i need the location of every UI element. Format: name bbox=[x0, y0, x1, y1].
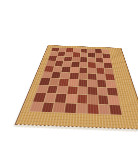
board-square bbox=[88, 80, 97, 87]
board-square bbox=[102, 49, 109, 53]
board-square bbox=[97, 74, 106, 80]
board-square bbox=[78, 80, 87, 87]
board-square bbox=[107, 88, 117, 96]
board-square bbox=[88, 73, 96, 79]
board-square bbox=[60, 72, 69, 78]
board-square bbox=[80, 57, 87, 62]
board-square bbox=[88, 104, 99, 114]
board-square bbox=[88, 87, 97, 95]
board-square bbox=[59, 79, 69, 86]
board-square bbox=[66, 48, 73, 52]
rug-photo bbox=[0, 0, 138, 163]
board-square bbox=[99, 104, 110, 114]
board-square bbox=[88, 53, 95, 57]
rug-gold-border bbox=[15, 45, 138, 130]
board-square bbox=[77, 95, 87, 104]
board-square bbox=[95, 53, 102, 57]
board-square bbox=[64, 103, 75, 113]
board-square bbox=[70, 67, 79, 73]
board-square bbox=[67, 86, 77, 94]
board-square bbox=[53, 103, 65, 113]
rug-perspective-wrapper bbox=[15, 0, 138, 116]
board-square bbox=[44, 66, 54, 72]
board-square bbox=[68, 79, 77, 86]
board-square bbox=[57, 86, 68, 94]
board-square bbox=[110, 105, 122, 115]
board-square bbox=[88, 95, 98, 104]
board-square bbox=[98, 87, 108, 95]
board-square bbox=[88, 62, 96, 67]
board-square bbox=[96, 68, 104, 74]
board-square bbox=[98, 95, 109, 104]
board-square bbox=[66, 94, 77, 103]
board-square bbox=[97, 80, 106, 87]
board-square bbox=[108, 96, 119, 105]
board-square bbox=[55, 94, 66, 103]
board-square bbox=[103, 58, 111, 63]
checkerboard-field bbox=[28, 47, 122, 115]
board-square bbox=[79, 73, 88, 79]
board-square bbox=[76, 104, 87, 114]
board-square bbox=[51, 72, 61, 78]
board-square bbox=[69, 73, 78, 79]
board-square bbox=[106, 81, 116, 88]
board-square bbox=[77, 87, 87, 95]
board-square bbox=[62, 67, 71, 73]
board-square bbox=[105, 74, 114, 80]
